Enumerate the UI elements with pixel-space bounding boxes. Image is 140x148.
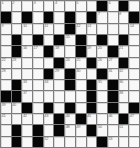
crossword-cell[interactable] (108, 125, 118, 135)
clue-number: 14 (130, 24, 134, 29)
clue-number: 8 (119, 12, 121, 17)
blocked-cell (87, 58, 97, 68)
blocked-cell (44, 103, 54, 113)
crossword-cell[interactable]: 28 (1, 69, 11, 79)
crossword-cell[interactable] (54, 91, 64, 101)
clue-number: 27 (108, 58, 112, 63)
crossword-cell[interactable] (1, 80, 11, 90)
clue-number: 33 (23, 80, 27, 85)
crossword-cell[interactable]: 53 (108, 137, 118, 147)
crossword-cell[interactable]: 38 (119, 91, 129, 101)
crossword-cell[interactable]: 48 (65, 125, 75, 135)
crossword-cell[interactable] (54, 137, 64, 147)
crossword-cell[interactable]: 9 (1, 24, 11, 34)
blocked-cell (65, 12, 75, 22)
clue-number: 25 (76, 58, 80, 63)
blocked-cell (44, 69, 54, 79)
crossword-cell[interactable]: 11 (44, 24, 54, 34)
crossword-cell[interactable] (44, 1, 54, 11)
crossword-cell[interactable]: 29 (54, 69, 64, 79)
crossword-cell[interactable] (12, 12, 22, 22)
crossword-cell[interactable]: 50 (97, 125, 107, 135)
crossword-cell[interactable]: 31 (108, 69, 118, 79)
blocked-cell (54, 125, 64, 135)
blocked-cell (87, 103, 97, 113)
crossword-cell[interactable] (108, 24, 118, 34)
crossword-cell[interactable]: 46 (108, 114, 118, 124)
crossword-cell[interactable] (76, 12, 86, 22)
crossword-grid: 1234567891011121314151617181920212223242… (0, 0, 140, 148)
crossword-cell[interactable] (129, 1, 139, 11)
crossword-cell[interactable] (129, 58, 139, 68)
clue-number: 46 (108, 114, 112, 119)
blocked-cell (97, 1, 107, 11)
crossword-cell[interactable] (129, 69, 139, 79)
blocked-cell (44, 46, 54, 56)
clue-number: 15 (66, 35, 70, 40)
crossword-cell[interactable] (33, 91, 43, 101)
crossword-cell[interactable] (129, 137, 139, 147)
crossword-cell[interactable] (129, 80, 139, 90)
crossword-cell[interactable] (65, 91, 75, 101)
crossword-cell[interactable]: 22 (1, 58, 11, 68)
clue-number: 22 (2, 58, 6, 63)
crossword-cell[interactable] (129, 46, 139, 56)
crossword-cell[interactable]: 25 (76, 58, 86, 68)
clue-number: 10 (23, 24, 27, 29)
clue-number: 42 (23, 114, 27, 119)
clue-number: 11 (44, 24, 48, 29)
blocked-cell (44, 12, 54, 22)
crossword-cell[interactable] (54, 80, 64, 90)
crossword-cell[interactable]: 51 (119, 125, 129, 135)
crossword-cell[interactable]: 35 (97, 80, 107, 90)
clue-number: 32 (119, 69, 123, 74)
clue-number: 24 (66, 58, 70, 63)
blocked-cell (119, 58, 129, 68)
clue-number: 45 (87, 114, 91, 119)
crossword-cell[interactable] (22, 69, 32, 79)
blocked-cell (119, 114, 129, 124)
blocked-cell (129, 12, 139, 22)
crossword-cell[interactable]: 42 (22, 114, 32, 124)
blocked-cell (33, 137, 43, 147)
crossword-cell[interactable]: 30 (76, 69, 86, 79)
crossword-cell[interactable] (97, 114, 107, 124)
clue-number: 50 (98, 125, 102, 130)
blocked-cell (119, 1, 129, 11)
crossword-cell[interactable] (87, 137, 97, 147)
crossword-cell[interactable]: 13 (87, 24, 97, 34)
blocked-cell (12, 125, 22, 135)
crossword-cell[interactable]: 32 (119, 69, 129, 79)
blocked-cell (76, 35, 86, 45)
clue-number: 12 (76, 24, 80, 29)
blocked-cell (65, 80, 75, 90)
crossword-cell[interactable]: 27 (108, 58, 118, 68)
crossword-cell[interactable] (1, 35, 11, 45)
clue-number: 26 (98, 58, 102, 63)
crossword-cell[interactable]: 45 (87, 114, 97, 124)
blocked-cell (108, 80, 118, 90)
blocked-cell (65, 24, 75, 34)
blocked-cell (108, 103, 118, 113)
crossword-cell[interactable]: 14 (129, 24, 139, 34)
crossword-cell[interactable] (76, 80, 86, 90)
clue-number: 7 (98, 12, 100, 17)
blocked-cell (87, 91, 97, 101)
crossword-cell[interactable]: 6 (108, 1, 118, 11)
crossword-cell[interactable]: 8 (119, 12, 129, 22)
crossword-cell[interactable]: 20 (97, 46, 107, 56)
crossword-cell[interactable] (87, 35, 97, 45)
crossword-cell[interactable]: 47 (129, 114, 139, 124)
blocked-cell (97, 137, 107, 147)
clue-number: 48 (66, 125, 70, 130)
crossword-cell[interactable]: 39 (1, 103, 11, 113)
blocked-cell (54, 35, 64, 45)
crossword-cell[interactable] (22, 58, 32, 68)
clue-number: 6 (108, 1, 110, 6)
crossword-cell[interactable] (33, 69, 43, 79)
crossword-cell[interactable] (1, 125, 11, 135)
crossword-cell[interactable] (12, 114, 22, 124)
blocked-cell (12, 46, 22, 56)
blocked-cell (76, 114, 86, 124)
crossword-cell[interactable]: 10 (22, 24, 32, 34)
blocked-cell (22, 103, 32, 113)
blocked-cell (12, 35, 22, 45)
crossword-cell[interactable]: 43 (44, 114, 54, 124)
crossword-cell[interactable] (129, 125, 139, 135)
crossword-cell[interactable]: 41 (1, 114, 11, 124)
crossword-cell[interactable] (33, 114, 43, 124)
crossword-cell[interactable] (119, 24, 129, 34)
clue-number: 40 (12, 103, 16, 108)
blocked-cell (54, 58, 64, 68)
crossword-cell[interactable]: 1 (1, 1, 11, 11)
crossword-cell[interactable] (65, 137, 75, 147)
crossword-cell[interactable] (119, 103, 129, 113)
clue-number: 39 (2, 103, 6, 108)
crossword-cell[interactable] (33, 12, 43, 22)
blocked-cell (97, 69, 107, 79)
crossword-cell[interactable] (97, 91, 107, 101)
crossword-cell[interactable] (76, 137, 86, 147)
crossword-cell[interactable] (54, 103, 64, 113)
crossword-cell[interactable]: 12 (76, 24, 86, 34)
clue-number: 9 (2, 24, 4, 29)
crossword-cell[interactable]: 17 (33, 46, 43, 56)
crossword-cell[interactable] (44, 35, 54, 45)
blocked-cell (108, 46, 118, 56)
blocked-cell (1, 12, 11, 22)
crossword-cell[interactable] (33, 58, 43, 68)
crossword-cell[interactable]: 19 (87, 46, 97, 56)
clue-number: 35 (98, 80, 102, 85)
crossword-cell[interactable] (33, 24, 43, 34)
crossword-cell[interactable] (22, 137, 32, 147)
blocked-cell (22, 12, 32, 22)
crossword-cell[interactable] (44, 125, 54, 135)
blocked-cell (12, 137, 22, 147)
crossword-cell[interactable] (76, 91, 86, 101)
blocked-cell (33, 125, 43, 135)
crossword-cell[interactable]: 2 (12, 1, 22, 11)
blocked-cell (87, 12, 97, 22)
clue-number: 2 (12, 1, 14, 6)
crossword-cell[interactable]: 18 (54, 46, 64, 56)
crossword-cell[interactable]: 26 (97, 58, 107, 68)
crossword-cell[interactable] (22, 125, 32, 135)
crossword-cell[interactable] (33, 80, 43, 90)
crossword-cell[interactable]: 7 (97, 12, 107, 22)
clue-number: 49 (76, 125, 80, 130)
clue-number: 37 (23, 91, 27, 96)
clue-number: 34 (44, 80, 48, 85)
blocked-cell (65, 103, 75, 113)
crossword-cell[interactable] (33, 103, 43, 113)
crossword-cell[interactable]: 5 (76, 1, 86, 11)
clue-number: 36 (119, 80, 123, 85)
blocked-cell (65, 69, 75, 79)
crossword-cell[interactable]: 24 (65, 58, 75, 68)
crossword-cell[interactable] (129, 35, 139, 45)
blocked-cell (108, 91, 118, 101)
crossword-cell[interactable] (108, 35, 118, 45)
crossword-cell[interactable] (44, 58, 54, 68)
crossword-cell[interactable]: 3 (33, 1, 43, 11)
clue-number: 43 (44, 114, 48, 119)
crossword-cell[interactable] (22, 35, 32, 45)
blocked-cell (87, 80, 97, 90)
crossword-cell[interactable]: 40 (12, 103, 22, 113)
crossword-cell[interactable] (87, 1, 97, 11)
clue-number: 30 (76, 69, 80, 74)
clue-number: 47 (130, 114, 134, 119)
clue-number: 28 (2, 69, 6, 74)
blocked-cell (33, 35, 43, 45)
clue-number: 1 (2, 1, 4, 6)
crossword-cell[interactable] (22, 1, 32, 11)
crossword-cell[interactable] (65, 46, 75, 56)
crossword-cell[interactable] (76, 103, 86, 113)
blocked-cell (54, 114, 64, 124)
crossword-cell[interactable]: 44 (65, 114, 75, 124)
blocked-cell (129, 103, 139, 113)
crossword-cell[interactable] (119, 137, 129, 147)
crossword-cell[interactable] (12, 69, 22, 79)
crossword-cell[interactable] (54, 12, 64, 22)
crossword-cell[interactable]: 33 (22, 80, 32, 90)
crossword-cell[interactable]: 34 (44, 80, 54, 90)
crossword-cell[interactable] (108, 12, 118, 22)
crossword-cell[interactable] (129, 91, 139, 101)
crossword-cell[interactable]: 49 (76, 125, 86, 135)
blocked-cell (119, 35, 129, 45)
crossword-cell[interactable] (12, 24, 22, 34)
blocked-cell (87, 125, 97, 135)
clue-number: 17 (34, 46, 38, 51)
crossword-cell[interactable]: 37 (22, 91, 32, 101)
crossword-cell[interactable] (44, 91, 54, 101)
clue-number: 38 (119, 91, 123, 96)
clue-number: 53 (108, 137, 112, 142)
blocked-cell (97, 35, 107, 45)
blocked-cell (12, 91, 22, 101)
clue-number: 52 (44, 137, 48, 142)
clue-number: 51 (119, 125, 123, 130)
clue-number: 16 (23, 46, 27, 51)
crossword-puzzle: 1234567891011121314151617181920212223242… (0, 0, 140, 148)
blocked-cell (76, 46, 86, 56)
crossword-cell[interactable] (87, 69, 97, 79)
crossword-cell[interactable]: 36 (119, 80, 129, 90)
clue-number: 13 (87, 24, 91, 29)
crossword-cell[interactable]: 16 (22, 46, 32, 56)
clue-number: 3 (34, 1, 36, 6)
blocked-cell (1, 91, 11, 101)
clue-number: 18 (55, 46, 59, 51)
clue-number: 31 (108, 69, 112, 74)
crossword-cell[interactable] (65, 1, 75, 11)
clue-number: 5 (76, 1, 78, 6)
crossword-cell[interactable]: 4 (54, 1, 64, 11)
clue-number: 44 (66, 114, 70, 119)
clue-number: 20 (98, 46, 102, 51)
crossword-cell[interactable] (1, 137, 11, 147)
clue-number: 29 (55, 69, 59, 74)
crossword-cell[interactable]: 21 (119, 46, 129, 56)
crossword-cell[interactable] (54, 24, 64, 34)
crossword-cell[interactable]: 23 (12, 58, 22, 68)
crossword-cell[interactable] (97, 103, 107, 113)
crossword-cell[interactable]: 15 (65, 35, 75, 45)
crossword-cell[interactable] (1, 46, 11, 56)
clue-number: 4 (55, 1, 57, 6)
crossword-cell[interactable] (97, 24, 107, 34)
clue-number: 41 (2, 114, 6, 119)
clue-number: 23 (12, 58, 16, 63)
clue-number: 21 (119, 46, 123, 51)
clue-number: 19 (87, 46, 91, 51)
blocked-cell (12, 80, 22, 90)
crossword-cell[interactable]: 52 (44, 137, 54, 147)
